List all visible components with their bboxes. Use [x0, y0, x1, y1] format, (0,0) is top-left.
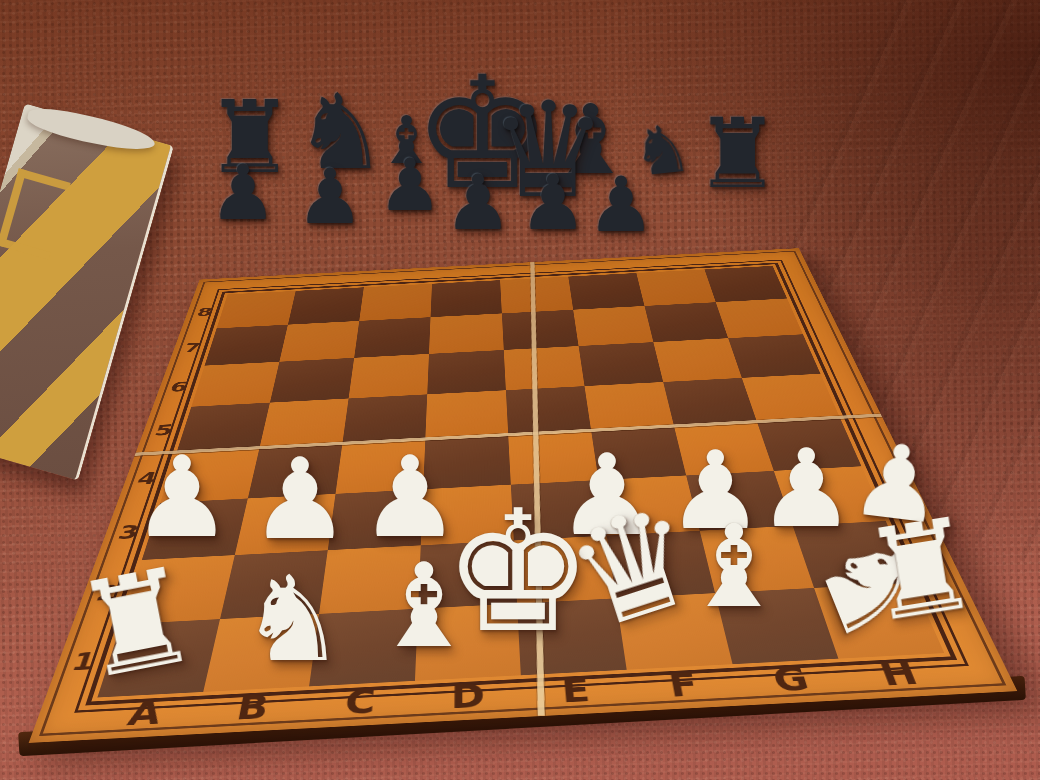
piece-white-bishop-c1[interactable]: ♝	[369, 548, 479, 664]
square-f5[interactable]	[585, 382, 675, 431]
piece-black-pawn-a7[interactable]: ♟	[207, 155, 279, 231]
square-g6[interactable]	[653, 338, 741, 382]
piece-black-pawn-d7[interactable]: ♟	[442, 165, 514, 241]
square-e7[interactable]	[502, 310, 579, 350]
square-b7[interactable]	[279, 321, 359, 362]
piece-black-pawn-f7[interactable]: ♟	[585, 167, 657, 243]
piece-black-rook-h8[interactable]: ♜	[692, 106, 783, 202]
photo-scene: 87654321 ABCDEFGH ♜♞♝♚♛♝♞♜♟♟♟♟♟♟♟♟♟♟♟♟♟♜…	[0, 0, 1040, 780]
square-e6[interactable]	[504, 346, 585, 390]
square-a7[interactable]	[205, 325, 288, 366]
square-a8[interactable]	[217, 291, 296, 329]
piece-black-pawn-e7[interactable]: ♟	[517, 165, 589, 241]
square-e8[interactable]	[500, 277, 573, 314]
file-label-b: B	[194, 685, 309, 730]
piece-white-pawn-b2[interactable]: ♟	[247, 443, 353, 555]
piece-white-rook-a1[interactable]: ♜	[63, 546, 211, 699]
square-c6[interactable]	[349, 354, 429, 399]
square-f8[interactable]	[568, 273, 644, 310]
square-b6[interactable]	[270, 358, 354, 403]
square-d6[interactable]	[427, 350, 506, 394]
square-e5[interactable]	[506, 386, 591, 435]
square-g5[interactable]	[663, 378, 757, 426]
square-c7[interactable]	[354, 317, 430, 358]
file-label-f: F	[626, 663, 741, 708]
file-label-g: G	[732, 657, 851, 701]
file-label-d: D	[413, 674, 522, 719]
square-g7[interactable]	[644, 302, 728, 342]
square-f6[interactable]	[579, 342, 664, 386]
square-f7[interactable]	[573, 306, 653, 346]
square-c8[interactable]	[359, 284, 432, 321]
square-a6[interactable]	[191, 362, 279, 407]
square-d8[interactable]	[431, 280, 502, 317]
piece-white-pawn-a2[interactable]: ♟	[129, 441, 235, 553]
piece-white-knight-b1[interactable]: ♞	[237, 560, 349, 678]
piece-white-rook-h1[interactable]: ♜	[852, 499, 990, 642]
square-b8[interactable]	[288, 287, 364, 324]
piece-black-pawn-c7[interactable]: ♟	[376, 149, 444, 221]
square-h7[interactable]	[716, 298, 803, 338]
piece-black-pawn-b7[interactable]: ♟	[294, 159, 366, 235]
file-label-h: H	[838, 652, 961, 696]
square-h8[interactable]	[705, 266, 788, 302]
square-d7[interactable]	[429, 313, 504, 353]
square-g8[interactable]	[636, 269, 715, 306]
